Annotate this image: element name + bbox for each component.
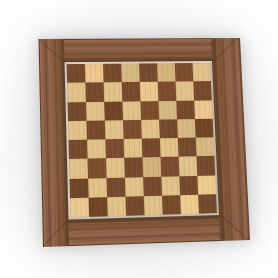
square-r3c5: [140, 101, 159, 120]
square-r1c5: [139, 63, 158, 82]
square-r3c8: [194, 100, 213, 119]
square-r8c5: [144, 195, 163, 215]
square-r8c8: [198, 194, 217, 214]
square-r4c5: [141, 119, 160, 138]
square-r2c7: [176, 82, 195, 101]
square-r2c6: [158, 82, 177, 101]
board-grid: [67, 63, 217, 218]
square-r6c7: [179, 156, 198, 175]
square-r1c3: [103, 64, 122, 83]
square-r4c2: [86, 120, 105, 139]
square-r8c4: [125, 196, 144, 216]
square-r6c8: [196, 156, 215, 175]
square-r7c8: [197, 175, 216, 195]
square-r7c3: [106, 177, 125, 197]
square-r8c2: [89, 197, 108, 217]
square-r7c7: [179, 175, 198, 195]
square-r8c3: [107, 196, 126, 216]
square-r7c1: [70, 178, 89, 198]
chess-board: [39, 38, 250, 247]
square-r5c8: [196, 137, 215, 156]
square-r1c8: [192, 63, 210, 82]
square-r6c6: [161, 157, 180, 176]
square-r2c2: [85, 83, 104, 102]
square-r1c2: [85, 64, 104, 83]
square-r7c5: [143, 176, 162, 196]
square-r2c1: [67, 83, 86, 102]
photo-background: [0, 0, 278, 278]
square-r4c7: [177, 119, 196, 138]
square-r4c3: [105, 120, 124, 139]
square-r5c2: [87, 139, 106, 159]
square-r7c2: [88, 178, 107, 198]
square-r8c1: [70, 197, 89, 217]
square-r3c7: [176, 100, 195, 119]
square-r6c4: [124, 158, 143, 178]
square-r3c6: [158, 100, 177, 119]
square-r3c2: [86, 101, 105, 120]
square-r2c5: [140, 82, 159, 101]
square-r1c4: [121, 64, 140, 83]
square-r2c3: [104, 82, 123, 101]
square-r6c3: [106, 158, 125, 178]
board-surface: [65, 61, 219, 220]
square-r8c6: [162, 195, 181, 215]
square-r6c5: [142, 157, 161, 177]
square-r4c4: [123, 120, 142, 139]
square-r3c3: [104, 101, 123, 120]
square-r5c5: [142, 138, 161, 157]
square-r3c4: [122, 101, 141, 120]
square-r1c7: [175, 63, 194, 82]
square-r8c7: [180, 194, 199, 214]
square-r5c7: [178, 138, 197, 157]
square-r1c6: [157, 63, 176, 82]
square-r5c4: [124, 139, 143, 158]
square-r1c1: [67, 64, 86, 83]
square-r4c1: [68, 121, 87, 140]
square-r5c1: [69, 140, 88, 160]
square-r5c6: [160, 138, 179, 157]
square-r3c1: [68, 102, 87, 121]
square-r4c8: [195, 119, 214, 138]
square-r2c4: [122, 82, 141, 101]
square-r5c3: [105, 139, 124, 158]
square-r2c8: [193, 81, 212, 100]
square-r7c4: [125, 177, 144, 197]
square-r7c6: [161, 176, 180, 196]
square-r6c1: [69, 159, 88, 179]
square-r4c6: [159, 119, 178, 138]
square-r6c2: [88, 158, 107, 178]
